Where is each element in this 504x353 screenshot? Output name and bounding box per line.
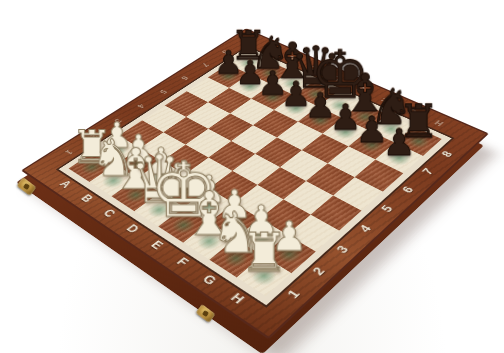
label-text: 6	[179, 75, 189, 81]
label-text: 8	[438, 149, 455, 159]
square-c7: ♟	[251, 85, 294, 110]
label-text: 4	[356, 223, 374, 235]
piece-glyph: ♞	[250, 31, 290, 76]
rank-label-far-4: 4	[121, 94, 160, 118]
chess-board: ♜♞♝♛♚♝♞♜♟♟♟♟♟♟♟♟♟♟♟♟♟♟♟♟♜♞♝♛♚♝♞♜ AABBCCD…	[21, 28, 489, 339]
piece-glyph: ♟	[258, 66, 288, 99]
label-text: C	[100, 207, 119, 220]
rank-label-far-5: 5	[144, 80, 183, 103]
label-text: E	[356, 85, 367, 92]
label-text: 4	[136, 103, 147, 109]
label-text: B	[78, 192, 96, 204]
square-a8: ♜	[228, 51, 269, 74]
file-label-far-c: C	[295, 57, 333, 78]
square-d6	[253, 110, 298, 137]
square-b8: ♞	[249, 61, 291, 85]
label-text: 8	[220, 49, 230, 54]
label-text: A	[57, 178, 75, 190]
label-text: 3	[333, 243, 352, 255]
board-inner-strip: ♜♞♝♛♚♝♞♜♟♟♟♟♟♟♟♟♟♟♟♟♟♟♟♟♜♞♝♛♚♝♞♜	[59, 47, 452, 305]
piece-glyph: ♟	[236, 56, 265, 89]
square-c5	[208, 113, 253, 141]
square-b6	[208, 88, 251, 114]
square-e7: ♟	[298, 107, 343, 134]
square-c8: ♝	[271, 71, 313, 95]
label-text: 5	[158, 89, 168, 95]
rank-label-far-8: 8	[207, 42, 243, 62]
product-photo-stage: ♜♞♝♛♚♝♞♜♟♟♟♟♟♟♟♟♟♟♟♟♟♟♟♟♜♞♝♛♚♝♞♜ AABBCCD…	[0, 0, 504, 353]
file-label-far-b: B	[273, 48, 310, 68]
label-text: E	[148, 238, 167, 252]
label-text: 2	[309, 265, 328, 278]
square-c6	[230, 99, 274, 125]
rank-label-far-7: 7	[187, 54, 224, 75]
piece-glyph: ♟	[281, 77, 311, 111]
piece-glyph: ♟	[383, 124, 416, 161]
label-text: 6	[399, 184, 417, 195]
square-a6	[187, 78, 229, 103]
label-text: 3	[112, 117, 123, 123]
board-3d-scene: ♜♞♝♛♚♝♞♜♟♟♟♟♟♟♟♟♟♟♟♟♟♟♟♟♜♞♝♛♚♝♞♜ AABBCCD…	[0, 0, 504, 353]
piece-glyph: ♜	[230, 25, 266, 65]
label-text: D	[123, 222, 142, 236]
piece-glyph: ♟	[214, 46, 243, 78]
label-text: A	[264, 45, 275, 51]
piece-glyph: ♟	[305, 88, 336, 123]
piece-glyph: ♛	[290, 39, 342, 96]
label-text: B	[286, 55, 297, 61]
square-a7: ♟	[208, 64, 250, 88]
label-text: F	[381, 96, 392, 103]
file-label-far-a: A	[252, 39, 289, 59]
square-d7: ♟	[274, 95, 318, 121]
label-text: 5	[378, 203, 396, 214]
label-text: 7	[200, 62, 210, 67]
file-label-far-e: E	[341, 78, 381, 100]
square-e6	[277, 122, 323, 150]
file-label-far-d: D	[318, 67, 357, 89]
square-d8: ♛	[294, 81, 337, 106]
piece-glyph: ♚	[310, 42, 369, 108]
label-text: D	[331, 75, 342, 82]
square-b7: ♟	[229, 74, 271, 99]
square-e5	[255, 137, 302, 167]
label-text: H	[227, 290, 247, 306]
label-text: 1	[284, 287, 303, 301]
square-d5	[231, 125, 277, 154]
piece-glyph: ♝	[270, 37, 314, 86]
square-b5	[186, 102, 230, 129]
label-text: F	[174, 255, 193, 269]
rank-label-far-6: 6	[166, 67, 204, 89]
label-text: 7	[419, 166, 437, 176]
label-text: G	[199, 272, 220, 288]
square-a5	[165, 91, 208, 117]
label-text: C	[308, 64, 319, 71]
piece-glyph: ♜	[240, 225, 288, 279]
